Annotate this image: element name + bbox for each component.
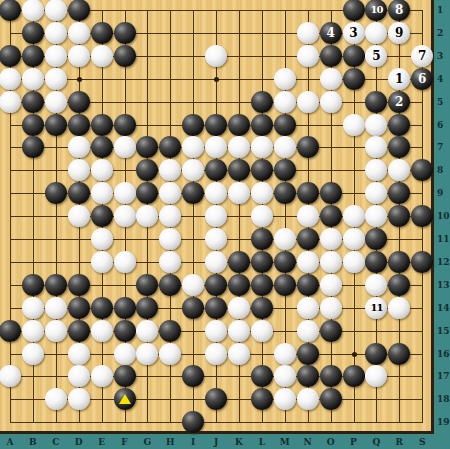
stone-black-N7[interactable] — [297, 136, 319, 158]
stone-white-C1[interactable] — [45, 0, 67, 21]
stone-white-D17[interactable] — [68, 365, 90, 387]
stone-black-O10[interactable] — [320, 205, 342, 227]
stone-white-J12[interactable] — [205, 251, 227, 273]
stone-white-R8[interactable] — [388, 159, 410, 181]
stone-white-H16[interactable] — [159, 343, 181, 365]
star-point — [77, 77, 82, 82]
stone-black-E6[interactable] — [91, 114, 113, 136]
column-label-A: A — [3, 437, 17, 447]
stone-black-O3[interactable] — [320, 45, 342, 67]
stone-black-S4[interactable]: 6 — [411, 68, 433, 90]
move-number: 1 — [395, 73, 403, 85]
stone-white-D18[interactable] — [68, 388, 90, 410]
row-label-2: 2 — [437, 28, 443, 38]
stone-white-G15[interactable] — [136, 320, 158, 342]
stone-white-E15[interactable] — [91, 320, 113, 342]
row-label-15: 15 — [437, 326, 450, 336]
stone-white-M18[interactable] — [274, 388, 296, 410]
column-label-E: E — [95, 437, 109, 447]
stone-black-Q11[interactable] — [365, 228, 387, 250]
stone-white-O12[interactable] — [320, 251, 342, 273]
stone-black-S10[interactable] — [411, 205, 433, 227]
stone-black-R12[interactable] — [388, 251, 410, 273]
column-label-N: N — [301, 437, 315, 447]
stone-white-A5[interactable] — [0, 91, 21, 113]
stone-white-G10[interactable] — [136, 205, 158, 227]
stone-white-H9[interactable] — [159, 182, 181, 204]
column-label-J: J — [209, 437, 223, 447]
stone-black-M8[interactable] — [274, 159, 296, 181]
stone-white-K7[interactable] — [228, 136, 250, 158]
stone-white-E9[interactable] — [91, 182, 113, 204]
stone-black-S12[interactable] — [411, 251, 433, 273]
stone-black-I6[interactable] — [182, 114, 204, 136]
stone-white-H8[interactable] — [159, 159, 181, 181]
stone-white-Q13[interactable] — [365, 274, 387, 296]
stone-black-G14[interactable] — [136, 297, 158, 319]
star-point — [352, 352, 357, 357]
stone-white-F7[interactable] — [114, 136, 136, 158]
column-label-S: S — [415, 437, 429, 447]
row-label-12: 12 — [437, 257, 450, 267]
stone-black-L5[interactable] — [251, 91, 273, 113]
stone-white-L9[interactable] — [251, 182, 273, 204]
stone-white-B4[interactable] — [22, 68, 44, 90]
stone-white-P11[interactable] — [343, 228, 365, 250]
stone-white-F10[interactable] — [114, 205, 136, 227]
stone-white-H12[interactable] — [159, 251, 181, 273]
stone-black-S8[interactable] — [411, 159, 433, 181]
stone-white-E8[interactable] — [91, 159, 113, 181]
stone-black-P3[interactable] — [343, 45, 365, 67]
stone-white-O4[interactable] — [320, 68, 342, 90]
stone-black-B2[interactable] — [22, 22, 44, 44]
stone-black-F15[interactable] — [114, 320, 136, 342]
stone-white-J16[interactable] — [205, 343, 227, 365]
move-number: 5 — [372, 50, 380, 62]
stone-white-N3[interactable] — [297, 45, 319, 67]
stone-white-K14[interactable] — [228, 297, 250, 319]
stone-black-D13[interactable] — [68, 274, 90, 296]
stone-black-R6[interactable] — [388, 114, 410, 136]
stone-white-E3[interactable] — [91, 45, 113, 67]
stone-white-J7[interactable] — [205, 136, 227, 158]
stone-black-N17[interactable] — [297, 365, 319, 387]
stone-black-E2[interactable] — [91, 22, 113, 44]
go-board-app: 1084395716211 ABCDEFGHIJKLMNOPQRS1234567… — [0, 0, 450, 449]
stone-black-I17[interactable] — [182, 365, 204, 387]
stone-white-N14[interactable] — [297, 297, 319, 319]
stone-black-C6[interactable] — [45, 114, 67, 136]
stone-black-B6[interactable] — [22, 114, 44, 136]
stone-black-H13[interactable] — [159, 274, 181, 296]
stone-white-B16[interactable] — [22, 343, 44, 365]
stone-black-I9[interactable] — [182, 182, 204, 204]
stone-white-Q10[interactable] — [365, 205, 387, 227]
stone-white-J11[interactable] — [205, 228, 227, 250]
stone-black-J6[interactable] — [205, 114, 227, 136]
stone-white-B1[interactable] — [22, 0, 44, 21]
stone-black-R1[interactable]: 8 — [388, 0, 410, 21]
row-label-1: 1 — [437, 5, 443, 15]
row-label-4: 4 — [437, 74, 443, 84]
stone-black-L17[interactable] — [251, 365, 273, 387]
stone-black-E14[interactable] — [91, 297, 113, 319]
stone-black-L18[interactable] — [251, 388, 273, 410]
move-number: 2 — [395, 96, 403, 108]
stone-white-O5[interactable] — [320, 91, 342, 113]
row-label-5: 5 — [437, 97, 443, 107]
stone-black-D6[interactable] — [68, 114, 90, 136]
stone-black-F18[interactable] — [114, 388, 136, 410]
stone-white-R4[interactable]: 1 — [388, 68, 410, 90]
stone-black-D15[interactable] — [68, 320, 90, 342]
column-label-G: G — [140, 437, 154, 447]
stone-black-N13[interactable] — [297, 274, 319, 296]
stone-white-C3[interactable] — [45, 45, 67, 67]
stone-white-C14[interactable] — [45, 297, 67, 319]
column-label-F: F — [118, 437, 132, 447]
stone-black-A1[interactable] — [0, 0, 21, 21]
stone-white-K16[interactable] — [228, 343, 250, 365]
stone-white-O11[interactable] — [320, 228, 342, 250]
stone-white-I7[interactable] — [182, 136, 204, 158]
stone-white-F9[interactable] — [114, 182, 136, 204]
stone-white-E12[interactable] — [91, 251, 113, 273]
row-label-10: 10 — [437, 211, 450, 221]
stone-black-L14[interactable] — [251, 297, 273, 319]
stone-black-G9[interactable] — [136, 182, 158, 204]
column-label-O: O — [324, 437, 338, 447]
stone-black-J18[interactable] — [205, 388, 227, 410]
stone-white-Q2[interactable] — [365, 22, 387, 44]
stone-white-Q17[interactable] — [365, 365, 387, 387]
column-label-Q: Q — [369, 437, 383, 447]
stone-black-D1[interactable] — [68, 0, 90, 21]
stone-white-N2[interactable] — [297, 22, 319, 44]
column-label-B: B — [26, 437, 40, 447]
stone-black-O17[interactable] — [320, 365, 342, 387]
stone-white-N10[interactable] — [297, 205, 319, 227]
stone-black-I14[interactable] — [182, 297, 204, 319]
stone-white-I8[interactable] — [182, 159, 204, 181]
stone-black-R7[interactable] — [388, 136, 410, 158]
stone-white-K9[interactable] — [228, 182, 250, 204]
column-label-P: P — [347, 437, 361, 447]
stone-black-O2[interactable]: 4 — [320, 22, 342, 44]
row-label-9: 9 — [437, 188, 443, 198]
stone-black-R5[interactable]: 2 — [388, 91, 410, 113]
stone-white-J9[interactable] — [205, 182, 227, 204]
stone-white-M16[interactable] — [274, 343, 296, 365]
move-number: 6 — [418, 73, 426, 85]
stone-black-J14[interactable] — [205, 297, 227, 319]
stone-black-P17[interactable] — [343, 365, 365, 387]
stone-black-C13[interactable] — [45, 274, 67, 296]
stone-white-P12[interactable] — [343, 251, 365, 273]
stone-black-E7[interactable] — [91, 136, 113, 158]
stone-white-B15[interactable] — [22, 320, 44, 342]
stone-black-F3[interactable] — [114, 45, 136, 67]
stone-white-C18[interactable] — [45, 388, 67, 410]
stone-black-N16[interactable] — [297, 343, 319, 365]
stone-black-I19[interactable] — [182, 411, 204, 433]
stone-white-O14[interactable] — [320, 297, 342, 319]
column-label-I: I — [186, 437, 200, 447]
stone-black-C9[interactable] — [45, 182, 67, 204]
triangle-marker — [119, 394, 131, 404]
stone-black-M9[interactable] — [274, 182, 296, 204]
stone-black-B5[interactable] — [22, 91, 44, 113]
stone-white-A17[interactable] — [0, 365, 21, 387]
stone-white-I13[interactable] — [182, 274, 204, 296]
star-point — [214, 77, 219, 82]
stone-black-N9[interactable] — [297, 182, 319, 204]
stone-white-D3[interactable] — [68, 45, 90, 67]
stone-white-A4[interactable] — [0, 68, 21, 90]
column-label-C: C — [49, 437, 63, 447]
stone-black-H7[interactable] — [159, 136, 181, 158]
row-label-19: 19 — [437, 417, 450, 427]
stone-white-N15[interactable] — [297, 320, 319, 342]
stone-black-L13[interactable] — [251, 274, 273, 296]
stone-black-R9[interactable] — [388, 182, 410, 204]
stone-white-Q3[interactable]: 5 — [365, 45, 387, 67]
stone-black-L6[interactable] — [251, 114, 273, 136]
stone-white-N18[interactable] — [297, 388, 319, 410]
stone-white-J3[interactable] — [205, 45, 227, 67]
stone-white-H10[interactable] — [159, 205, 181, 227]
row-label-8: 8 — [437, 165, 443, 175]
column-label-M: M — [278, 437, 292, 447]
stone-black-D14[interactable] — [68, 297, 90, 319]
stone-white-M4[interactable] — [274, 68, 296, 90]
stone-black-M12[interactable] — [274, 251, 296, 273]
stone-black-Q5[interactable] — [365, 91, 387, 113]
stone-black-E10[interactable] — [91, 205, 113, 227]
stone-black-G7[interactable] — [136, 136, 158, 158]
stone-black-H15[interactable] — [159, 320, 181, 342]
stone-white-R14[interactable] — [388, 297, 410, 319]
stone-black-Q16[interactable] — [365, 343, 387, 365]
row-label-14: 14 — [437, 303, 450, 313]
stone-black-L8[interactable] — [251, 159, 273, 181]
stone-white-P2[interactable]: 3 — [343, 22, 365, 44]
stone-black-B3[interactable] — [22, 45, 44, 67]
stone-black-O15[interactable] — [320, 320, 342, 342]
stone-white-D8[interactable] — [68, 159, 90, 181]
stone-white-B14[interactable] — [22, 297, 44, 319]
stone-black-P4[interactable] — [343, 68, 365, 90]
stone-black-R16[interactable] — [388, 343, 410, 365]
stone-black-R10[interactable] — [388, 205, 410, 227]
stone-white-P6[interactable] — [343, 114, 365, 136]
stone-black-K6[interactable] — [228, 114, 250, 136]
stone-white-P10[interactable] — [343, 205, 365, 227]
move-number: 9 — [395, 27, 403, 39]
stone-white-M11[interactable] — [274, 228, 296, 250]
stone-black-P1[interactable] — [343, 0, 365, 21]
stone-white-O13[interactable] — [320, 274, 342, 296]
stone-white-L10[interactable] — [251, 205, 273, 227]
stone-black-B13[interactable] — [22, 274, 44, 296]
stone-black-F2[interactable] — [114, 22, 136, 44]
stone-black-F14[interactable] — [114, 297, 136, 319]
stone-black-J8[interactable] — [205, 159, 227, 181]
stone-white-Q6[interactable] — [365, 114, 387, 136]
stone-black-G8[interactable] — [136, 159, 158, 181]
move-number: 8 — [395, 4, 403, 16]
column-label-H: H — [163, 437, 177, 447]
stone-white-J10[interactable] — [205, 205, 227, 227]
stone-white-R2[interactable]: 9 — [388, 22, 410, 44]
stone-white-N12[interactable] — [297, 251, 319, 273]
row-label-11: 11 — [437, 234, 450, 244]
stone-black-J13[interactable] — [205, 274, 227, 296]
move-number: 4 — [326, 27, 334, 39]
stone-black-L11[interactable] — [251, 228, 273, 250]
move-number: 11 — [370, 303, 382, 313]
stone-white-D10[interactable] — [68, 205, 90, 227]
stone-white-Q8[interactable] — [365, 159, 387, 181]
stone-black-A3[interactable] — [0, 45, 21, 67]
stone-black-D9[interactable] — [68, 182, 90, 204]
row-label-18: 18 — [437, 394, 450, 404]
stone-white-M7[interactable] — [274, 136, 296, 158]
stone-black-K8[interactable] — [228, 159, 250, 181]
row-label-3: 3 — [437, 51, 443, 61]
stone-black-Q1[interactable]: 10 — [365, 0, 387, 21]
column-label-R: R — [392, 437, 406, 447]
row-label-7: 7 — [437, 142, 443, 152]
stone-black-N11[interactable] — [297, 228, 319, 250]
move-number: 3 — [349, 27, 357, 39]
column-label-D: D — [72, 437, 86, 447]
stone-black-F6[interactable] — [114, 114, 136, 136]
stone-white-H11[interactable] — [159, 228, 181, 250]
grid-line — [10, 422, 423, 423]
stone-white-C2[interactable] — [45, 22, 67, 44]
stone-black-A15[interactable] — [0, 320, 21, 342]
stone-white-S3[interactable]: 7 — [411, 45, 433, 67]
stone-white-Q9[interactable] — [365, 182, 387, 204]
stone-white-Q7[interactable] — [365, 136, 387, 158]
stone-black-Q12[interactable] — [365, 251, 387, 273]
stone-white-F12[interactable] — [114, 251, 136, 273]
stone-white-K15[interactable] — [228, 320, 250, 342]
stone-black-G13[interactable] — [136, 274, 158, 296]
stone-white-M5[interactable] — [274, 91, 296, 113]
stone-white-N5[interactable] — [297, 91, 319, 113]
stone-white-J15[interactable] — [205, 320, 227, 342]
stone-white-M17[interactable] — [274, 365, 296, 387]
stone-white-E17[interactable] — [91, 365, 113, 387]
stone-white-E11[interactable] — [91, 228, 113, 250]
stone-black-F17[interactable] — [114, 365, 136, 387]
row-label-6: 6 — [437, 120, 443, 130]
stone-white-L15[interactable] — [251, 320, 273, 342]
stone-white-D2[interactable] — [68, 22, 90, 44]
row-label-16: 16 — [437, 349, 450, 359]
stone-white-D7[interactable] — [68, 136, 90, 158]
stone-black-D5[interactable] — [68, 91, 90, 113]
stone-black-K13[interactable] — [228, 274, 250, 296]
column-label-L: L — [255, 437, 269, 447]
stone-black-L12[interactable] — [251, 251, 273, 273]
stone-black-M13[interactable] — [274, 274, 296, 296]
column-label-K: K — [232, 437, 246, 447]
stone-black-M6[interactable] — [274, 114, 296, 136]
move-number: 10 — [370, 5, 382, 15]
stone-white-L7[interactable] — [251, 136, 273, 158]
stone-black-O18[interactable] — [320, 388, 342, 410]
move-number: 7 — [418, 50, 426, 62]
stone-white-G16[interactable] — [136, 343, 158, 365]
stone-black-O9[interactable] — [320, 182, 342, 204]
stone-white-F16[interactable] — [114, 343, 136, 365]
stone-white-C5[interactable] — [45, 91, 67, 113]
row-label-13: 13 — [437, 280, 450, 290]
stone-white-C4[interactable] — [45, 68, 67, 90]
stone-black-R13[interactable] — [388, 274, 410, 296]
stone-white-C15[interactable] — [45, 320, 67, 342]
row-label-17: 17 — [437, 371, 450, 381]
stone-white-D16[interactable] — [68, 343, 90, 365]
goban[interactable]: 1084395716211 — [0, 0, 434, 434]
stone-black-K12[interactable] — [228, 251, 250, 273]
stone-black-B7[interactable] — [22, 136, 44, 158]
stone-white-Q14[interactable]: 11 — [365, 297, 387, 319]
